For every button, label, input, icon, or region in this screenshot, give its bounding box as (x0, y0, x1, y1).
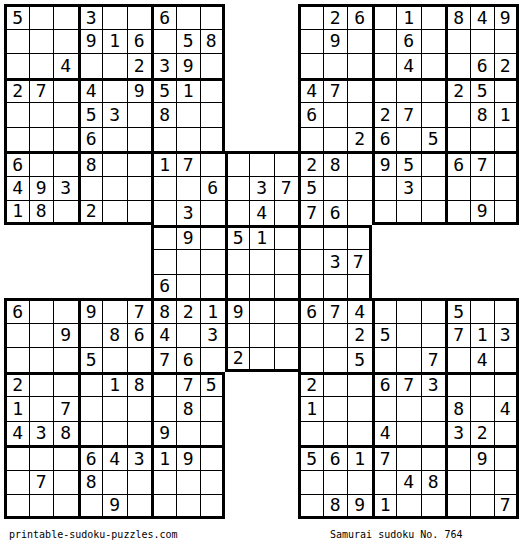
cell-r6c13[interactable] (298, 127, 323, 152)
cell-r12c8[interactable] (176, 274, 201, 299)
cell-r19c18[interactable] (421, 445, 446, 470)
cell-r18c13[interactable] (298, 421, 323, 446)
cell-r2c19[interactable] (445, 29, 470, 54)
cell-r6c6[interactable] (127, 127, 152, 152)
cell-r20c4: 8 (78, 470, 103, 495)
cell-r4c19: 2 (445, 78, 470, 103)
cell-r3c4[interactable] (78, 53, 103, 78)
cell-r1c13[interactable] (298, 4, 323, 29)
cell-r1c2[interactable] (29, 4, 54, 29)
cell-r2c7[interactable] (151, 29, 176, 54)
cell-r2c16[interactable] (372, 29, 397, 54)
cell-r15c12[interactable] (274, 347, 299, 372)
cell-r7c5[interactable] (102, 151, 127, 176)
cell-r7c18[interactable] (421, 151, 446, 176)
cell-r12c7: 6 (151, 274, 176, 299)
cell-r5c9[interactable] (200, 102, 225, 127)
cell-r15c16[interactable] (372, 347, 397, 372)
cell-r4c13: 4 (298, 78, 323, 103)
cell-r14c4[interactable] (78, 323, 103, 348)
cell-r20c16[interactable] (372, 470, 397, 495)
cell-r16c15[interactable] (347, 372, 372, 397)
cell-r20c19[interactable] (445, 470, 470, 495)
cell-r9c19[interactable] (445, 200, 470, 225)
cell-r9c4: 2 (78, 200, 103, 225)
cell-r9c6[interactable] (127, 200, 152, 225)
cell-r15c14[interactable] (323, 347, 348, 372)
cell-r8c7[interactable] (151, 176, 176, 201)
cell-r20c21[interactable] (494, 470, 519, 495)
cell-r15c7: 7 (151, 347, 176, 372)
cell-r2c18[interactable] (421, 29, 446, 54)
cell-r17c17[interactable] (396, 396, 421, 421)
cell-r17c6[interactable] (127, 396, 152, 421)
cell-r18c2: 3 (29, 421, 54, 446)
cell-r14c3: 9 (53, 323, 78, 348)
cell-r20c13[interactable] (298, 470, 323, 495)
cell-r19c3[interactable] (53, 445, 78, 470)
cell-r21c1[interactable] (4, 494, 29, 519)
cell-r9c10[interactable] (225, 200, 250, 225)
cell-r19c15: 1 (347, 445, 372, 470)
cell-r2c2[interactable] (29, 29, 54, 54)
cell-r12c12[interactable] (274, 274, 299, 299)
cell-r21c6[interactable] (127, 494, 152, 519)
cell-r13c9: 1 (200, 298, 225, 323)
cell-r15c15: 5 (347, 347, 372, 372)
cell-r15c17[interactable] (396, 347, 421, 372)
cell-r20c2: 7 (29, 470, 54, 495)
cell-r1c16[interactable] (372, 4, 397, 29)
cell-r19c19[interactable] (445, 445, 470, 470)
cell-r9c12[interactable] (274, 200, 299, 225)
cell-r9c13: 7 (298, 200, 323, 225)
cell-r1c8[interactable] (176, 4, 201, 29)
cell-r1c4: 3 (78, 4, 103, 29)
cell-r1c17: 1 (396, 4, 421, 29)
cell-r13c17[interactable] (396, 298, 421, 323)
cell-r1c14: 2 (323, 4, 348, 29)
cell-r15c13[interactable] (298, 347, 323, 372)
cell-r18c21[interactable] (494, 421, 519, 446)
cell-r21c13[interactable] (298, 494, 323, 519)
cell-r16c2[interactable] (29, 372, 54, 397)
cell-r19c8: 9 (176, 445, 201, 470)
cell-r14c8[interactable] (176, 323, 201, 348)
cell-r7c14: 8 (323, 151, 348, 176)
cell-r2c4: 9 (78, 29, 103, 54)
cell-r8c6[interactable] (127, 176, 152, 201)
cell-r7c3[interactable] (53, 151, 78, 176)
cell-r2c20[interactable] (470, 29, 495, 54)
cell-r2c3[interactable] (53, 29, 78, 54)
cell-r2c17: 6 (396, 29, 421, 54)
cell-r9c8: 3 (176, 200, 201, 225)
cell-r2c9: 8 (200, 29, 225, 54)
cell-r19c13: 5 (298, 445, 323, 470)
cell-r4c16[interactable] (372, 78, 397, 103)
cell-r14c18[interactable] (421, 323, 446, 348)
cell-r16c17: 7 (396, 372, 421, 397)
cell-r3c13[interactable] (298, 53, 323, 78)
cell-r5c14[interactable] (323, 102, 348, 127)
cell-r20c1[interactable] (4, 470, 29, 495)
cell-r15c1[interactable] (4, 347, 29, 372)
cell-r3c1[interactable] (4, 53, 29, 78)
cell-r20c8[interactable] (176, 470, 201, 495)
cell-r7c21[interactable] (494, 151, 519, 176)
cell-r19c1[interactable] (4, 445, 29, 470)
cell-r16c19[interactable] (445, 372, 470, 397)
cell-r17c2[interactable] (29, 396, 54, 421)
cell-r8c5[interactable] (102, 176, 127, 201)
cell-r17c20[interactable] (470, 396, 495, 421)
cell-r12c9[interactable] (200, 274, 225, 299)
cell-r12c15[interactable] (347, 274, 372, 299)
cell-r13c8: 2 (176, 298, 201, 323)
cell-r15c3[interactable] (53, 347, 78, 372)
cell-r21c8[interactable] (176, 494, 201, 519)
cell-r14c7: 4 (151, 323, 176, 348)
cell-r15c2[interactable] (29, 347, 54, 372)
cell-r2c21[interactable] (494, 29, 519, 54)
cell-r13c2[interactable] (29, 298, 54, 323)
cell-r17c4[interactable] (78, 396, 103, 421)
cell-r15c6[interactable] (127, 347, 152, 372)
cell-r16c7[interactable] (151, 372, 176, 397)
cell-r9c15[interactable] (347, 200, 372, 225)
cell-r12c14[interactable] (323, 274, 348, 299)
cell-r2c15[interactable] (347, 29, 372, 54)
cell-r8c10[interactable] (225, 176, 250, 201)
cell-r9c16[interactable] (372, 200, 397, 225)
cell-r2c6: 6 (127, 29, 152, 54)
cell-r17c9[interactable] (200, 396, 225, 421)
cell-r4c9[interactable] (200, 78, 225, 103)
cell-r18c5[interactable] (102, 421, 127, 446)
cell-r16c16: 6 (372, 372, 397, 397)
cell-r3c17: 4 (396, 53, 421, 78)
cell-r9c7[interactable] (151, 200, 176, 225)
cell-r18c14[interactable] (323, 421, 348, 446)
cell-r13c16[interactable] (372, 298, 397, 323)
cell-r3c6: 2 (127, 53, 152, 78)
cell-r6c7[interactable] (151, 127, 176, 152)
cell-r10c12[interactable] (274, 225, 299, 250)
cell-r13c20[interactable] (470, 298, 495, 323)
cell-r3c9[interactable] (200, 53, 225, 78)
cell-r2c13[interactable] (298, 29, 323, 54)
cell-r19c2[interactable] (29, 445, 54, 470)
cell-r14c5: 8 (102, 323, 127, 348)
cell-r18c17[interactable] (396, 421, 421, 446)
cell-r15c9[interactable] (200, 347, 225, 372)
cell-r5c8[interactable] (176, 102, 201, 127)
cell-r4c6: 9 (127, 78, 152, 103)
cell-r1c18[interactable] (421, 4, 446, 29)
footer-site-url: printable-sudoku-puzzles.com (9, 529, 178, 540)
cell-r9c17[interactable] (396, 200, 421, 225)
cell-r6c2[interactable] (29, 127, 54, 152)
cell-r19c7: 1 (151, 445, 176, 470)
cell-r4c18[interactable] (421, 78, 446, 103)
cell-r19c21[interactable] (494, 445, 519, 470)
cell-r6c19[interactable] (445, 127, 470, 152)
cell-r20c20[interactable] (470, 470, 495, 495)
cell-r14c16: 5 (372, 323, 397, 348)
cell-r6c1[interactable] (4, 127, 29, 152)
cell-r8c4[interactable] (78, 176, 103, 201)
cell-r16c20[interactable] (470, 372, 495, 397)
cell-r1c9[interactable] (200, 4, 225, 29)
cell-r18c16: 4 (372, 421, 397, 446)
cell-r21c20[interactable] (470, 494, 495, 519)
cell-r5c2[interactable] (29, 102, 54, 127)
cell-r3c19[interactable] (445, 53, 470, 78)
cell-r9c3[interactable] (53, 200, 78, 225)
cell-r18c18[interactable] (421, 421, 446, 446)
cell-r14c14[interactable] (323, 323, 348, 348)
cell-r1c19: 8 (445, 4, 470, 29)
cell-r3c14[interactable] (323, 53, 348, 78)
cell-r10c9[interactable] (200, 225, 225, 250)
cell-r6c5[interactable] (102, 127, 127, 152)
cell-r4c21[interactable] (494, 78, 519, 103)
cell-r13c5[interactable] (102, 298, 127, 323)
cell-r21c3[interactable] (53, 494, 78, 519)
cell-r9c5[interactable] (102, 200, 127, 225)
cell-r4c5[interactable] (102, 78, 127, 103)
cell-r13c10: 9 (225, 298, 250, 323)
cell-r15c8: 6 (176, 347, 201, 372)
cell-r21c2[interactable] (29, 494, 54, 519)
cell-r8c19[interactable] (445, 176, 470, 201)
cell-r20c14[interactable] (323, 470, 348, 495)
cell-r15c11[interactable] (249, 347, 274, 372)
cell-r5c6[interactable] (127, 102, 152, 127)
cell-r7c10[interactable] (225, 151, 250, 176)
cell-r20c17: 4 (396, 470, 421, 495)
cell-r18c8[interactable] (176, 421, 201, 446)
cell-r15c4: 5 (78, 347, 103, 372)
cell-r21c17[interactable] (396, 494, 421, 519)
cell-r6c17[interactable] (396, 127, 421, 152)
cell-r2c8: 5 (176, 29, 201, 54)
cell-r3c18[interactable] (421, 53, 446, 78)
cell-r11c14: 3 (323, 249, 348, 274)
cell-r3c5[interactable] (102, 53, 127, 78)
cell-r15c21[interactable] (494, 347, 519, 372)
cell-r11c9[interactable] (200, 249, 225, 274)
cell-r13c13: 6 (298, 298, 323, 323)
cell-r13c21[interactable] (494, 298, 519, 323)
cell-r18c1: 4 (4, 421, 29, 446)
cell-r17c21: 4 (494, 396, 519, 421)
cell-r10c15[interactable] (347, 225, 372, 250)
cell-r9c9[interactable] (200, 200, 225, 225)
cell-r18c15[interactable] (347, 421, 372, 446)
cell-r10c10: 5 (225, 225, 250, 250)
cell-r7c2[interactable] (29, 151, 54, 176)
cell-r16c5: 1 (102, 372, 127, 397)
cell-r21c18[interactable] (421, 494, 446, 519)
cell-r21c16: 1 (372, 494, 397, 519)
cell-r12c13[interactable] (298, 274, 323, 299)
cell-r2c1[interactable] (4, 29, 29, 54)
cell-r6c20[interactable] (470, 127, 495, 152)
cell-r7c8: 7 (176, 151, 201, 176)
cell-r20c9[interactable] (200, 470, 225, 495)
cell-r10c14[interactable] (323, 225, 348, 250)
cell-r14c10[interactable] (225, 323, 250, 348)
cell-r16c3[interactable] (53, 372, 78, 397)
cell-r11c8[interactable] (176, 249, 201, 274)
cell-r3c7: 3 (151, 53, 176, 78)
cell-r14c19: 7 (445, 323, 470, 348)
cell-r20c5[interactable] (102, 470, 127, 495)
cell-r7c7: 1 (151, 151, 176, 176)
cell-r4c20: 5 (470, 78, 495, 103)
cell-r1c1: 5 (4, 4, 29, 29)
cell-r5c3[interactable] (53, 102, 78, 127)
cell-r4c17[interactable] (396, 78, 421, 103)
cell-r17c16[interactable] (372, 396, 397, 421)
cell-r6c4: 6 (78, 127, 103, 152)
cell-r8c18[interactable] (421, 176, 446, 201)
cell-r12c11[interactable] (249, 274, 274, 299)
cell-r9c21[interactable] (494, 200, 519, 225)
cell-r14c6: 6 (127, 323, 152, 348)
cell-r14c1[interactable] (4, 323, 29, 348)
cell-r19c20: 9 (470, 445, 495, 470)
cell-r13c3[interactable] (53, 298, 78, 323)
cell-r8c15[interactable] (347, 176, 372, 201)
cell-r6c8[interactable] (176, 127, 201, 152)
cell-r5c15[interactable] (347, 102, 372, 127)
cell-r8c8[interactable] (176, 176, 201, 201)
cell-r17c18[interactable] (421, 396, 446, 421)
cell-r3c2[interactable] (29, 53, 54, 78)
cell-r1c15: 6 (347, 4, 372, 29)
cell-r21c7[interactable] (151, 494, 176, 519)
cell-r16c9: 5 (200, 372, 225, 397)
cell-r16c8: 7 (176, 372, 201, 397)
cell-r5c18[interactable] (421, 102, 446, 127)
samurai-sudoku-page: 5362618499165896423946227495147255386278… (0, 0, 526, 546)
cell-r1c6[interactable] (127, 4, 152, 29)
cell-r11c10[interactable] (225, 249, 250, 274)
cell-r17c15[interactable] (347, 396, 372, 421)
cell-r1c3[interactable] (53, 4, 78, 29)
cell-r7c9[interactable] (200, 151, 225, 176)
cell-r21c4[interactable] (78, 494, 103, 519)
cell-r13c18[interactable] (421, 298, 446, 323)
cell-r20c7[interactable] (151, 470, 176, 495)
cell-r3c16[interactable] (372, 53, 397, 78)
cell-r10c7[interactable] (151, 225, 176, 250)
cell-r11c13[interactable] (298, 249, 323, 274)
cell-r18c4[interactable] (78, 421, 103, 446)
cell-r8c14[interactable] (323, 176, 348, 201)
cell-r7c15[interactable] (347, 151, 372, 176)
cell-r15c19[interactable] (445, 347, 470, 372)
cell-r21c21: 7 (494, 494, 519, 519)
cell-r19c17[interactable] (396, 445, 421, 470)
cell-r20c6[interactable] (127, 470, 152, 495)
cell-r13c12[interactable] (274, 298, 299, 323)
cell-r20c15[interactable] (347, 470, 372, 495)
cell-r9c1: 1 (4, 200, 29, 225)
cell-r19c9[interactable] (200, 445, 225, 470)
cell-r16c13: 2 (298, 372, 323, 397)
cell-r7c11[interactable] (249, 151, 274, 176)
cell-r2c5: 1 (102, 29, 127, 54)
cell-r14c2[interactable] (29, 323, 54, 348)
cell-r21c9[interactable] (200, 494, 225, 519)
cell-r14c17[interactable] (396, 323, 421, 348)
cell-r6c21[interactable] (494, 127, 519, 152)
cell-r5c1[interactable] (4, 102, 29, 127)
cell-r10c13[interactable] (298, 225, 323, 250)
cell-r13c14: 7 (323, 298, 348, 323)
cell-r1c5[interactable] (102, 4, 127, 29)
cell-r20c18: 8 (421, 470, 446, 495)
cell-r16c14[interactable] (323, 372, 348, 397)
cell-r6c14[interactable] (323, 127, 348, 152)
cell-r15c18: 7 (421, 347, 446, 372)
cell-r11c7[interactable] (151, 249, 176, 274)
cell-r5c19[interactable] (445, 102, 470, 127)
cell-r9c18[interactable] (421, 200, 446, 225)
cell-r14c11[interactable] (249, 323, 274, 348)
cell-r17c5[interactable] (102, 396, 127, 421)
cell-r8c21[interactable] (494, 176, 519, 201)
cell-r14c12[interactable] (274, 323, 299, 348)
cell-r8c16[interactable] (372, 176, 397, 201)
cell-r13c11[interactable] (249, 298, 274, 323)
cell-r18c6[interactable] (127, 421, 152, 446)
cell-r21c15: 9 (347, 494, 372, 519)
cell-r7c12[interactable] (274, 151, 299, 176)
cell-r4c3[interactable] (53, 78, 78, 103)
cell-r7c4: 8 (78, 151, 103, 176)
cell-r17c14[interactable] (323, 396, 348, 421)
cell-r6c18: 5 (421, 127, 446, 152)
cell-r16c4[interactable] (78, 372, 103, 397)
cell-r13c6: 7 (127, 298, 152, 323)
cell-r18c3: 8 (53, 421, 78, 446)
cell-r17c13: 1 (298, 396, 323, 421)
cell-r7c6[interactable] (127, 151, 152, 176)
cell-r11c12[interactable] (274, 249, 299, 274)
cell-r4c15[interactable] (347, 78, 372, 103)
cell-r16c21[interactable] (494, 372, 519, 397)
cell-r3c15[interactable] (347, 53, 372, 78)
cell-r6c3[interactable] (53, 127, 78, 152)
cell-r8c20[interactable] (470, 176, 495, 201)
cell-r6c9[interactable] (200, 127, 225, 152)
cell-r18c9[interactable] (200, 421, 225, 446)
cell-r17c7[interactable] (151, 396, 176, 421)
cell-r11c11[interactable] (249, 249, 274, 274)
cell-r8c12: 7 (274, 176, 299, 201)
cell-r14c13[interactable] (298, 323, 323, 348)
cell-r15c5[interactable] (102, 347, 127, 372)
cell-r12c10[interactable] (225, 274, 250, 299)
cell-r5c16: 2 (372, 102, 397, 127)
cell-r21c19[interactable] (445, 494, 470, 519)
cell-r20c3[interactable] (53, 470, 78, 495)
